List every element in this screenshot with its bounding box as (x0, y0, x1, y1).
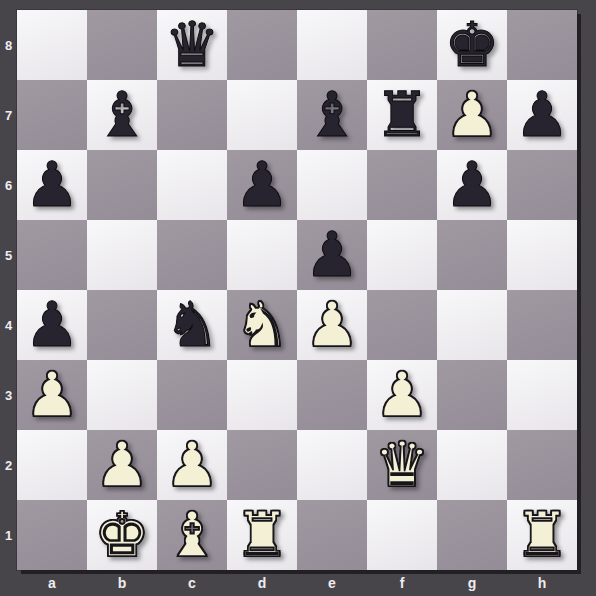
square-h5[interactable] (507, 220, 577, 290)
square-h7[interactable]: ♟ (507, 80, 577, 150)
square-g3[interactable] (437, 360, 507, 430)
black-knight-c4[interactable]: ♞ (157, 290, 227, 360)
square-a4[interactable]: ♟ (17, 290, 87, 360)
square-d5[interactable] (227, 220, 297, 290)
square-c5[interactable] (157, 220, 227, 290)
rank-label-6: 6 (0, 150, 17, 220)
square-b5[interactable] (87, 220, 157, 290)
file-label-c: c (157, 572, 227, 594)
square-f4[interactable] (367, 290, 437, 360)
square-b1[interactable]: ♚ (87, 500, 157, 570)
square-c4[interactable]: ♞ (157, 290, 227, 360)
square-c6[interactable] (157, 150, 227, 220)
square-d2[interactable] (227, 430, 297, 500)
square-e8[interactable] (297, 10, 367, 80)
file-label-g: g (437, 572, 507, 594)
rank-label-5: 5 (0, 220, 17, 290)
square-d6[interactable]: ♟ (227, 150, 297, 220)
file-label-d: d (227, 572, 297, 594)
square-f8[interactable] (367, 10, 437, 80)
chess-board-frame: ♛♚♝♝♜♟♟♟♟♟♟♟♞♞♟♟♟♟♟♛♚♝♜♜ 87654321 abcdef… (0, 0, 596, 596)
rank-label-2: 2 (0, 430, 17, 500)
square-h4[interactable] (507, 290, 577, 360)
board: ♛♚♝♝♜♟♟♟♟♟♟♟♞♞♟♟♟♟♟♛♚♝♜♜ (17, 10, 577, 570)
square-c8[interactable]: ♛ (157, 10, 227, 80)
file-label-h: h (507, 572, 577, 594)
square-g4[interactable] (437, 290, 507, 360)
white-queen-f2[interactable]: ♛ (367, 430, 437, 500)
file-label-e: e (297, 572, 367, 594)
file-label-b: b (87, 572, 157, 594)
square-c3[interactable] (157, 360, 227, 430)
square-c2[interactable]: ♟ (157, 430, 227, 500)
square-d4[interactable]: ♞ (227, 290, 297, 360)
square-f5[interactable] (367, 220, 437, 290)
square-c1[interactable]: ♝ (157, 500, 227, 570)
square-g7[interactable]: ♟ (437, 80, 507, 150)
black-bishop-e7[interactable]: ♝ (297, 80, 367, 150)
square-b6[interactable] (87, 150, 157, 220)
white-bishop-c1[interactable]: ♝ (157, 500, 227, 570)
square-a2[interactable] (17, 430, 87, 500)
square-b3[interactable] (87, 360, 157, 430)
square-f2[interactable]: ♛ (367, 430, 437, 500)
square-a7[interactable] (17, 80, 87, 150)
white-knight-d4[interactable]: ♞ (227, 290, 297, 360)
white-pawn-g7[interactable]: ♟ (437, 80, 507, 150)
black-pawn-h7[interactable]: ♟ (507, 80, 577, 150)
square-e6[interactable] (297, 150, 367, 220)
square-e7[interactable]: ♝ (297, 80, 367, 150)
black-pawn-a6[interactable]: ♟ (17, 150, 87, 220)
square-h1[interactable]: ♜ (507, 500, 577, 570)
square-f3[interactable]: ♟ (367, 360, 437, 430)
white-rook-d1[interactable]: ♜ (227, 500, 297, 570)
white-pawn-e4[interactable]: ♟ (297, 290, 367, 360)
square-g1[interactable] (437, 500, 507, 570)
square-b8[interactable] (87, 10, 157, 80)
white-pawn-b2[interactable]: ♟ (87, 430, 157, 500)
square-b2[interactable]: ♟ (87, 430, 157, 500)
square-h6[interactable] (507, 150, 577, 220)
square-a1[interactable] (17, 500, 87, 570)
black-pawn-a4[interactable]: ♟ (17, 290, 87, 360)
black-pawn-e5[interactable]: ♟ (297, 220, 367, 290)
black-rook-f7[interactable]: ♜ (367, 80, 437, 150)
square-h3[interactable] (507, 360, 577, 430)
square-d7[interactable] (227, 80, 297, 150)
square-e2[interactable] (297, 430, 367, 500)
square-b4[interactable] (87, 290, 157, 360)
file-label-f: f (367, 572, 437, 594)
square-a3[interactable]: ♟ (17, 360, 87, 430)
white-rook-h1[interactable]: ♜ (507, 500, 577, 570)
square-h8[interactable] (507, 10, 577, 80)
square-g2[interactable] (437, 430, 507, 500)
square-b7[interactable]: ♝ (87, 80, 157, 150)
white-pawn-c2[interactable]: ♟ (157, 430, 227, 500)
square-f6[interactable] (367, 150, 437, 220)
square-f1[interactable] (367, 500, 437, 570)
square-e4[interactable]: ♟ (297, 290, 367, 360)
rank-label-1: 1 (0, 500, 17, 570)
square-a8[interactable] (17, 10, 87, 80)
square-f7[interactable]: ♜ (367, 80, 437, 150)
square-h2[interactable] (507, 430, 577, 500)
black-queen-c8[interactable]: ♛ (157, 10, 227, 80)
white-king-b1[interactable]: ♚ (87, 500, 157, 570)
square-g6[interactable]: ♟ (437, 150, 507, 220)
square-d3[interactable] (227, 360, 297, 430)
rank-label-8: 8 (0, 10, 17, 80)
square-c7[interactable] (157, 80, 227, 150)
white-pawn-f3[interactable]: ♟ (367, 360, 437, 430)
square-g5[interactable] (437, 220, 507, 290)
black-bishop-b7[interactable]: ♝ (87, 80, 157, 150)
black-pawn-d6[interactable]: ♟ (227, 150, 297, 220)
square-a6[interactable]: ♟ (17, 150, 87, 220)
square-e5[interactable]: ♟ (297, 220, 367, 290)
white-pawn-a3[interactable]: ♟ (17, 360, 87, 430)
square-d8[interactable] (227, 10, 297, 80)
rank-label-7: 7 (0, 80, 17, 150)
square-d1[interactable]: ♜ (227, 500, 297, 570)
black-king-g8[interactable]: ♚ (437, 10, 507, 80)
square-a5[interactable] (17, 220, 87, 290)
square-e1[interactable] (297, 500, 367, 570)
square-g8[interactable]: ♚ (437, 10, 507, 80)
square-e3[interactable] (297, 360, 367, 430)
black-pawn-g6[interactable]: ♟ (437, 150, 507, 220)
file-label-a: a (17, 572, 87, 594)
rank-label-3: 3 (0, 360, 17, 430)
rank-label-4: 4 (0, 290, 17, 360)
